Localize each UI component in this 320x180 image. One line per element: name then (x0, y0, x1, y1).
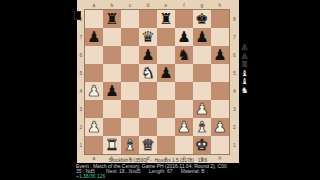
square-e3[interactable] (157, 100, 175, 118)
file-label: h (211, 2, 229, 8)
rank-label: 1 (77, 136, 85, 154)
square-e7[interactable] (157, 28, 175, 46)
square-d2[interactable] (139, 118, 157, 136)
white-pawn: ♟ (85, 82, 103, 100)
square-f7[interactable]: ♟ (175, 28, 193, 46)
square-c2[interactable] (121, 118, 139, 136)
black-pawn: ♟ (175, 28, 193, 46)
square-f5[interactable] (175, 64, 193, 82)
square-f2[interactable]: ♟ (175, 118, 193, 136)
black-pawn: ♟ (139, 46, 157, 64)
white-king: ♚ (193, 136, 211, 154)
rank-label: 4 (230, 82, 239, 100)
square-e5[interactable]: ♟ (157, 64, 175, 82)
square-b5[interactable] (103, 64, 121, 82)
square-a5[interactable] (85, 64, 103, 82)
chess-board: ♜♜♚♟♛♟♟♟♞♟♞♟♟♟♟♟♟♝♟♜♝♛♚ (85, 10, 229, 154)
square-b6[interactable] (103, 46, 121, 64)
square-a3[interactable] (85, 100, 103, 118)
rank-label: 5 (77, 64, 85, 82)
square-h3[interactable] (211, 100, 229, 118)
file-labels-top: abcdefgh (85, 2, 229, 8)
square-g8[interactable]: ♚ (193, 10, 211, 28)
black-pawn: ♟ (193, 28, 211, 46)
square-h4[interactable] (211, 82, 229, 100)
square-b7[interactable] (103, 28, 121, 46)
square-g4[interactable] (193, 82, 211, 100)
rank-label: 6 (230, 46, 239, 64)
file-label: d (139, 2, 157, 8)
rank-label: 6 (77, 46, 85, 64)
square-e4[interactable] (157, 82, 175, 100)
black-pawn: ♟ (103, 82, 121, 100)
square-d1[interactable]: ♛ (139, 136, 157, 154)
rank-label: 3 (77, 100, 85, 118)
square-c3[interactable] (121, 100, 139, 118)
square-b2[interactable] (103, 118, 121, 136)
white-pawn: ♟ (211, 118, 229, 136)
square-c7[interactable] (121, 28, 139, 46)
square-f8[interactable] (175, 10, 193, 28)
white-bishop: ♝ (121, 136, 139, 154)
square-f6[interactable]: ♞ (175, 46, 193, 64)
square-a8[interactable] (85, 10, 103, 28)
square-a6[interactable] (85, 46, 103, 64)
white-bishop: ♝ (193, 118, 211, 136)
rank-label: 5 (230, 64, 239, 82)
file-label: c (121, 2, 139, 8)
square-e1[interactable] (157, 136, 175, 154)
rank-label: 7 (230, 28, 239, 46)
rank-labels-right: 87654321 (230, 10, 239, 154)
black-pawn: ♟ (85, 28, 103, 46)
square-c4[interactable] (121, 82, 139, 100)
black-to-move-indicator (75, 12, 80, 19)
square-f4[interactable] (175, 82, 193, 100)
rank-label: 2 (230, 118, 239, 136)
black-pawn: ♟ (211, 46, 229, 64)
file-label: f (175, 2, 193, 8)
square-d4[interactable] (139, 82, 157, 100)
square-c5[interactable] (121, 64, 139, 82)
white-pawn: ♟ (193, 100, 211, 118)
square-g1[interactable]: ♚ (193, 136, 211, 154)
white-knight: ♞ (139, 64, 157, 82)
square-h2[interactable]: ♟ (211, 118, 229, 136)
square-g3[interactable]: ♟ (193, 100, 211, 118)
black-knight: ♞ (175, 46, 193, 64)
square-d5[interactable]: ♞ (139, 64, 157, 82)
white-pawn: ♟ (175, 118, 193, 136)
square-c1[interactable]: ♝ (121, 136, 139, 154)
black-rook: ♜ (157, 10, 175, 28)
square-h1[interactable] (211, 136, 229, 154)
square-g2[interactable]: ♝ (193, 118, 211, 136)
square-c6[interactable] (121, 46, 139, 64)
rank-label: 2 (77, 118, 85, 136)
square-h6[interactable]: ♟ (211, 46, 229, 64)
square-h5[interactable] (211, 64, 229, 82)
file-label: a (85, 2, 103, 8)
square-a1[interactable] (85, 136, 103, 154)
square-g5[interactable] (193, 64, 211, 82)
file-label: g (193, 2, 211, 8)
square-e2[interactable] (157, 118, 175, 136)
square-b3[interactable] (103, 100, 121, 118)
square-a7[interactable]: ♟ (85, 28, 103, 46)
square-d3[interactable] (139, 100, 157, 118)
square-e6[interactable] (157, 46, 175, 64)
rank-label: 3 (230, 100, 239, 118)
square-d7[interactable]: ♛ (139, 28, 157, 46)
square-a2[interactable]: ♟ (85, 118, 103, 136)
square-e8[interactable]: ♜ (157, 10, 175, 28)
square-h8[interactable] (211, 10, 229, 28)
white-queen: ♛ (139, 136, 157, 154)
rank-labels-left: 87654321 (77, 10, 85, 154)
engine-eval-line: +1.38/36 126 (76, 174, 105, 179)
square-b4[interactable]: ♟ (103, 82, 121, 100)
square-f3[interactable] (175, 100, 193, 118)
white-rook: ♜ (103, 136, 121, 154)
square-f1[interactable] (175, 136, 193, 154)
rank-label: 7 (77, 28, 85, 46)
square-g6[interactable] (193, 46, 211, 64)
info-bar: Event : Match of the Century, Game PH (2… (0, 163, 320, 180)
file-label: e (157, 2, 175, 8)
square-h7[interactable] (211, 28, 229, 46)
black-pawn: ♟ (157, 64, 175, 82)
black-king: ♚ (193, 10, 211, 28)
square-d6[interactable]: ♟ (139, 46, 157, 64)
black-queen: ♛ (139, 28, 157, 46)
file-label: b (103, 2, 121, 8)
square-g7[interactable]: ♟ (193, 28, 211, 46)
white-knight: ♞ (241, 87, 248, 96)
square-a4[interactable]: ♟ (85, 82, 103, 100)
rank-label: 4 (77, 82, 85, 100)
square-d8[interactable] (139, 10, 157, 28)
white-pawn: ♟ (85, 118, 103, 136)
material-tray: ♟♟♜♝♝♞ (240, 44, 249, 95)
board-frame: abcdefgh abcdefgh 87654321 87654321 ♜♜♚♟… (77, 0, 239, 163)
square-c8[interactable] (121, 10, 139, 28)
rank-label: 1 (230, 136, 239, 154)
black-rook: ♜ (103, 10, 121, 28)
rank-label: 8 (230, 10, 239, 28)
square-b8[interactable]: ♜ (103, 10, 121, 28)
square-b1[interactable]: ♜ (103, 136, 121, 154)
